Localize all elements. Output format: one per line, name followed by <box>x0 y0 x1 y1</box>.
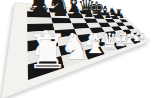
piece-black-pawn-e7: ♟ <box>95 8 104 19</box>
piece-black-pawn-h7: ♟ <box>119 12 124 19</box>
pieces-layer: ♜♞♝♛♚♝♞♜♟♟♟♟♟♟♟♟♟♟♟♟♟♟♟♟♜♞♝♛♚♝♞♜ <box>26 0 146 79</box>
piece-white-rook-h1: ♜ <box>139 32 145 41</box>
piece-black-pawn-g7: ♟ <box>112 11 118 20</box>
chess-set-photo: ♜♞♝♛♚♝♞♜♟♟♟♟♟♟♟♟♟♟♟♟♟♟♟♟♜♞♝♛♚♝♞♜ <box>0 0 155 98</box>
piece-black-pawn-b7: ♟ <box>52 0 69 20</box>
piece-black-pawn-c7: ♟ <box>70 3 83 20</box>
piece-black-pawn-f7: ♟ <box>104 10 111 20</box>
chessboard: ♜♞♝♛♚♝♞♜♟♟♟♟♟♟♟♟♟♟♟♟♟♟♟♟♜♞♝♛♚♝♞♜ <box>0 0 155 98</box>
piece-black-pawn-d7: ♟ <box>84 6 95 20</box>
piece-black-pawn-a7: ♟ <box>29 0 51 21</box>
